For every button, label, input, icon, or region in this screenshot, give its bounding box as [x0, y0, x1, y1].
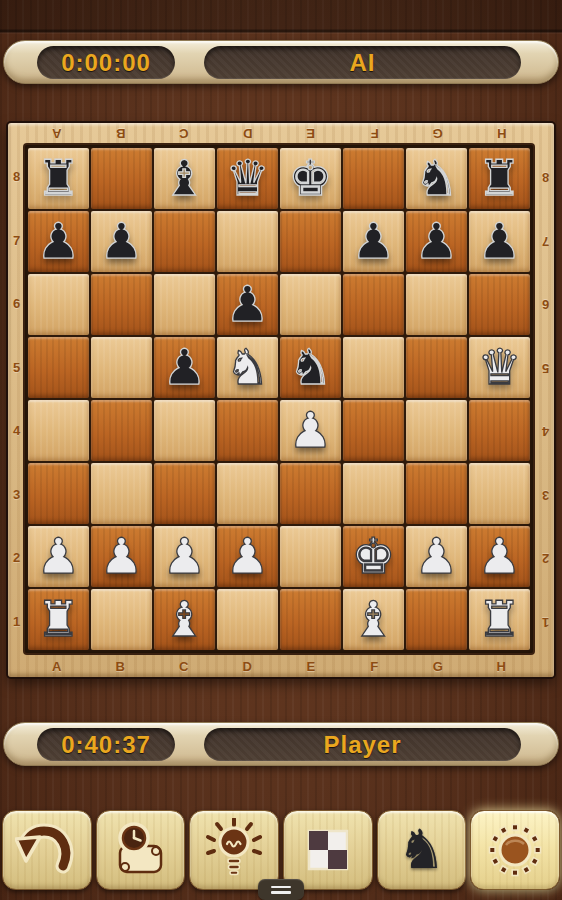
coord-label: 5 — [8, 336, 25, 400]
square-f2[interactable]: ♚ — [343, 526, 404, 587]
square-b8[interactable] — [91, 148, 152, 209]
opponent-bar: 0:00:00 AI — [3, 40, 559, 84]
black-rook: ♜ — [478, 154, 522, 203]
white-pawn: ♟ — [100, 532, 144, 581]
white-pawn: ♟ — [289, 406, 333, 455]
white-pawn: ♟ — [478, 532, 522, 581]
file-labels-top: ABCDEFGH — [25, 123, 533, 145]
square-d4[interactable] — [217, 400, 278, 461]
square-a7[interactable]: ♟ — [28, 211, 89, 272]
square-h1[interactable]: ♜ — [469, 589, 530, 650]
square-h4[interactable] — [469, 400, 530, 461]
coord-label: 3 — [537, 463, 554, 527]
square-h7[interactable]: ♟ — [469, 211, 530, 272]
white-bishop: ♝ — [352, 595, 396, 644]
square-e7[interactable] — [280, 211, 341, 272]
ai-name-plate: AI — [204, 46, 521, 79]
square-d1[interactable] — [217, 589, 278, 650]
square-h2[interactable]: ♟ — [469, 526, 530, 587]
square-c1[interactable]: ♝ — [154, 589, 215, 650]
square-b2[interactable]: ♟ — [91, 526, 152, 587]
coord-label: F — [343, 655, 407, 677]
square-f3[interactable] — [343, 463, 404, 524]
coord-label: 1 — [537, 590, 554, 654]
square-a8[interactable]: ♜ — [28, 148, 89, 209]
black-knight: ♞ — [415, 154, 459, 203]
undo-icon — [15, 818, 79, 882]
square-d6[interactable]: ♟ — [217, 274, 278, 335]
coord-label: D — [216, 655, 280, 677]
black-knight: ♞ — [289, 343, 333, 392]
black-pawn: ♟ — [352, 217, 396, 266]
square-f1[interactable]: ♝ — [343, 589, 404, 650]
coord-label: 2 — [8, 526, 25, 590]
undo-button[interactable] — [2, 810, 92, 890]
ai-clock: 0:00:00 — [37, 46, 175, 79]
square-a4[interactable] — [28, 400, 89, 461]
coord-label: 2 — [537, 526, 554, 590]
rank-labels-left: 87654321 — [8, 145, 25, 653]
coord-label: G — [406, 123, 470, 145]
black-king: ♚ — [289, 154, 333, 203]
square-e3[interactable] — [280, 463, 341, 524]
coord-label: E — [279, 123, 343, 145]
square-c4[interactable] — [154, 400, 215, 461]
square-g3[interactable] — [406, 463, 467, 524]
hint-button[interactable] — [189, 810, 279, 890]
player-clock-value: 0:40:37 — [61, 731, 151, 759]
white-queen: ♛ — [478, 343, 522, 392]
square-c7[interactable] — [154, 211, 215, 272]
coord-label: 4 — [8, 399, 25, 463]
coord-label: E — [279, 655, 343, 677]
black-queen: ♛ — [226, 154, 270, 203]
square-d5[interactable]: ♞ — [217, 337, 278, 398]
board-grid: ♜♝♛♚♞♜♟♟♟♟♟♟♟♞♞♛♟♟♟♟♟♚♟♟♜♝♝♜ — [25, 145, 533, 653]
chess-board: ABCDEFGH ABCDEFGH 87654321 87654321 ♜♝♛♚… — [8, 123, 554, 677]
square-d2[interactable]: ♟ — [217, 526, 278, 587]
coord-label: A — [25, 655, 89, 677]
coord-label: 4 — [537, 399, 554, 463]
white-pawn: ♟ — [415, 532, 459, 581]
file-labels-bottom: ABCDEFGH — [25, 655, 533, 677]
black-pawn: ♟ — [415, 217, 459, 266]
player-clock: 0:40:37 — [37, 728, 175, 761]
ai-name-label: AI — [350, 49, 376, 77]
coord-label: 1 — [8, 590, 25, 654]
square-f5[interactable] — [343, 337, 404, 398]
white-rook: ♜ — [478, 595, 522, 644]
coord-label: 8 — [8, 145, 25, 209]
coord-label: 7 — [8, 209, 25, 273]
chess-app-screen: 0:00:00 AI ABCDEFGH ABCDEFGH 87654321 87… — [0, 0, 562, 900]
square-g2[interactable]: ♟ — [406, 526, 467, 587]
black-pawn: ♟ — [37, 217, 81, 266]
coord-label: 6 — [537, 272, 554, 336]
coord-label: 8 — [537, 145, 554, 209]
square-b4[interactable] — [91, 400, 152, 461]
square-g7[interactable]: ♟ — [406, 211, 467, 272]
square-f6[interactable] — [343, 274, 404, 335]
black-pawn: ♟ — [100, 217, 144, 266]
rank-labels-right: 87654321 — [537, 145, 554, 653]
square-b6[interactable] — [91, 274, 152, 335]
white-knight: ♞ — [226, 343, 270, 392]
moves-button[interactable] — [96, 810, 186, 890]
knight-icon: ♞ — [397, 823, 445, 877]
square-h5[interactable]: ♛ — [469, 337, 530, 398]
square-d3[interactable] — [217, 463, 278, 524]
coord-label: 6 — [8, 272, 25, 336]
settings-icon — [483, 818, 547, 882]
square-e2[interactable] — [280, 526, 341, 587]
moves-icon — [109, 818, 173, 882]
menu-handle[interactable] — [258, 879, 304, 900]
coord-label: F — [343, 123, 407, 145]
coord-label: B — [89, 655, 153, 677]
coord-label: C — [152, 123, 216, 145]
coord-label: G — [406, 655, 470, 677]
square-e1[interactable] — [280, 589, 341, 650]
square-e5[interactable]: ♞ — [280, 337, 341, 398]
black-pawn: ♟ — [478, 217, 522, 266]
square-h8[interactable]: ♜ — [469, 148, 530, 209]
square-b1[interactable] — [91, 589, 152, 650]
square-b5[interactable] — [91, 337, 152, 398]
player-bar: 0:40:37 Player — [3, 722, 559, 766]
board-icon — [296, 818, 360, 882]
coord-label: C — [152, 655, 216, 677]
hint-icon — [202, 818, 266, 882]
square-b7[interactable]: ♟ — [91, 211, 152, 272]
square-c2[interactable]: ♟ — [154, 526, 215, 587]
square-h6[interactable] — [469, 274, 530, 335]
coord-label: A — [25, 123, 89, 145]
square-b3[interactable] — [91, 463, 152, 524]
black-rook: ♜ — [37, 154, 81, 203]
board-button[interactable] — [283, 810, 373, 890]
player-name-label: Player — [323, 731, 401, 759]
square-g6[interactable] — [406, 274, 467, 335]
white-pawn: ♟ — [226, 532, 270, 581]
white-pawn: ♟ — [163, 532, 207, 581]
square-e4[interactable]: ♟ — [280, 400, 341, 461]
black-bishop: ♝ — [163, 154, 207, 203]
settings-button[interactable] — [470, 810, 560, 890]
square-e6[interactable] — [280, 274, 341, 335]
white-pawn: ♟ — [37, 532, 81, 581]
white-bishop: ♝ — [163, 595, 207, 644]
square-g1[interactable] — [406, 589, 467, 650]
coord-label: D — [216, 123, 280, 145]
square-d8[interactable]: ♛ — [217, 148, 278, 209]
coord-label: H — [470, 655, 534, 677]
square-c8[interactable]: ♝ — [154, 148, 215, 209]
square-e8[interactable]: ♚ — [280, 148, 341, 209]
square-g4[interactable] — [406, 400, 467, 461]
square-h3[interactable] — [469, 463, 530, 524]
square-g5[interactable] — [406, 337, 467, 398]
square-f7[interactable]: ♟ — [343, 211, 404, 272]
coord-label: B — [89, 123, 153, 145]
square-c3[interactable] — [154, 463, 215, 524]
square-a2[interactable]: ♟ — [28, 526, 89, 587]
square-f4[interactable] — [343, 400, 404, 461]
black-pawn: ♟ — [163, 343, 207, 392]
coord-label: 3 — [8, 463, 25, 527]
square-a5[interactable] — [28, 337, 89, 398]
square-a6[interactable] — [28, 274, 89, 335]
square-f8[interactable] — [343, 148, 404, 209]
coord-label: 7 — [537, 209, 554, 273]
square-c5[interactable]: ♟ — [154, 337, 215, 398]
square-a3[interactable] — [28, 463, 89, 524]
white-rook: ♜ — [37, 595, 81, 644]
coord-label: 5 — [537, 336, 554, 400]
ai-clock-value: 0:00:00 — [61, 49, 151, 77]
square-a1[interactable]: ♜ — [28, 589, 89, 650]
square-d7[interactable] — [217, 211, 278, 272]
toolbar: ♞ — [0, 810, 562, 890]
square-g8[interactable]: ♞ — [406, 148, 467, 209]
white-king: ♚ — [352, 532, 396, 581]
pieces-button[interactable]: ♞ — [377, 810, 467, 890]
player-name-plate: Player — [204, 728, 521, 761]
coord-label: H — [470, 123, 534, 145]
square-c6[interactable] — [154, 274, 215, 335]
black-pawn: ♟ — [226, 280, 270, 329]
